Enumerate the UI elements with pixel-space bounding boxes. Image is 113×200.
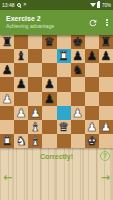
square-b4[interactable] — [14, 92, 28, 106]
square-d1[interactable] — [42, 134, 56, 148]
piece-white-pawn: ♟ — [30, 106, 41, 118]
piece-black-king: ♚ — [72, 36, 83, 48]
square-e1[interactable] — [57, 134, 71, 148]
piece-white-king: ♚ — [86, 134, 97, 146]
piece-black-rook: ♜ — [2, 36, 13, 48]
square-g6[interactable] — [85, 63, 99, 77]
piece-white-pawn: ♟ — [2, 92, 13, 104]
app-bar-actions — [88, 18, 109, 28]
square-c1[interactable]: ♝ — [28, 134, 42, 148]
square-d5[interactable]: ♟ — [42, 77, 56, 91]
piece-black-pawn: ♟ — [101, 50, 112, 62]
square-f8[interactable]: ♚ — [71, 35, 85, 49]
piece-white-rook: ♜ — [58, 50, 69, 62]
piece-black-pawn: ♟ — [44, 78, 55, 90]
piece-black-pawn: ♟ — [72, 50, 83, 62]
piece-white-rook: ♜ — [2, 134, 13, 146]
bottom-panel: Correctly! ? ← → — [0, 148, 113, 200]
square-d6[interactable] — [42, 63, 56, 77]
piece-black-knight: ♞ — [72, 64, 83, 76]
square-c8[interactable] — [28, 35, 42, 49]
page-subtitle: Achieving advantage — [6, 24, 54, 30]
title-block: Exercise 2 Achieving advantage — [6, 15, 54, 29]
piece-white-pawn: ♟ — [101, 120, 112, 132]
square-h1[interactable] — [99, 134, 113, 148]
square-h5[interactable] — [99, 77, 113, 91]
piece-white-bishop: ♝ — [30, 134, 41, 146]
square-a5[interactable] — [0, 77, 14, 91]
piece-black-pawn: ♟ — [86, 50, 97, 62]
square-g3[interactable] — [85, 106, 99, 120]
square-g4[interactable] — [85, 92, 99, 106]
square-h4[interactable] — [99, 92, 113, 106]
square-e2[interactable]: ♛ — [57, 120, 71, 134]
square-b7[interactable]: ♝ — [14, 49, 28, 63]
square-f2[interactable] — [71, 120, 85, 134]
square-g5[interactable] — [85, 77, 99, 91]
help-button[interactable]: ? — [100, 151, 110, 161]
square-b8[interactable] — [14, 35, 28, 49]
square-c3[interactable]: ♟ — [28, 106, 42, 120]
piece-black-pawn: ♟ — [2, 64, 13, 76]
piece-black-pawn: ♟ — [44, 92, 55, 104]
square-f6[interactable]: ♞ — [71, 63, 85, 77]
next-move-button[interactable]: → — [101, 172, 110, 183]
piece-white-pawn: ♟ — [72, 106, 83, 118]
square-a7[interactable] — [0, 49, 14, 63]
previous-move-button[interactable]: ← — [3, 172, 12, 183]
square-b6[interactable] — [14, 63, 28, 77]
square-c6[interactable] — [28, 63, 42, 77]
app-screen: 13:48 > 70% Exercise 2 Achieving advanta… — [0, 0, 113, 200]
square-e6[interactable] — [57, 63, 71, 77]
square-h2[interactable]: ♟ — [99, 120, 113, 134]
square-b2[interactable] — [14, 120, 28, 134]
square-c4[interactable] — [28, 92, 42, 106]
status-bar: 13:48 > 70% — [0, 0, 113, 10]
square-g7[interactable]: ♟ — [85, 49, 99, 63]
refresh-icon — [88, 18, 98, 28]
chess-board: ♜♛♚♜♝♜♟♟♟♟♞♟♟♟♟♟♟♟♝♛♟♟♜♞♝♚ — [0, 35, 113, 148]
square-d2[interactable] — [42, 120, 56, 134]
piece-black-rook: ♜ — [101, 36, 112, 48]
square-g2[interactable]: ♟ — [85, 120, 99, 134]
square-a1[interactable]: ♜ — [0, 134, 14, 148]
square-a6[interactable]: ♟ — [0, 63, 14, 77]
wifi-icon — [90, 3, 96, 7]
piece-white-pawn: ♟ — [16, 106, 27, 118]
square-h8[interactable]: ♜ — [99, 35, 113, 49]
square-d7[interactable] — [42, 49, 56, 63]
square-c7[interactable] — [28, 49, 42, 63]
piece-white-queen: ♛ — [58, 120, 69, 132]
square-b1[interactable]: ♞ — [14, 134, 28, 148]
square-d8[interactable]: ♛ — [42, 35, 56, 49]
refresh-button[interactable] — [88, 18, 98, 28]
square-f5[interactable] — [71, 77, 85, 91]
clock: 13:48 — [2, 2, 15, 8]
square-b3[interactable]: ♟ — [14, 106, 28, 120]
square-a8[interactable]: ♜ — [0, 35, 14, 49]
square-a3[interactable] — [0, 106, 14, 120]
status-right: 70% — [90, 2, 111, 8]
feedback-message: Correctly! — [0, 153, 113, 160]
square-e4[interactable] — [57, 92, 71, 106]
search-icon — [17, 3, 22, 8]
square-d3[interactable] — [42, 106, 56, 120]
square-a2[interactable] — [0, 120, 14, 134]
status-chevron-icon: > — [24, 3, 27, 8]
square-a4[interactable]: ♟ — [0, 92, 14, 106]
status-left: 13:48 > — [2, 2, 26, 8]
question-mark-icon: ? — [103, 152, 107, 159]
battery-icon — [97, 2, 100, 8]
app-bar: Exercise 2 Achieving advantage — [0, 10, 113, 35]
square-f4[interactable] — [71, 92, 85, 106]
piece-black-queen: ♛ — [44, 36, 55, 48]
square-f1[interactable] — [71, 134, 85, 148]
square-e7[interactable]: ♜ — [57, 49, 71, 63]
square-h6[interactable] — [99, 63, 113, 77]
battery-percent: 70% — [102, 3, 111, 8]
square-g8[interactable] — [85, 35, 99, 49]
overflow-menu-button[interactable] — [105, 18, 109, 27]
square-e5[interactable] — [57, 77, 71, 91]
square-c2[interactable]: ♝ — [28, 120, 42, 134]
square-f7[interactable]: ♟ — [71, 49, 85, 63]
square-e8[interactable] — [57, 35, 71, 49]
square-e3[interactable] — [57, 106, 71, 120]
piece-white-knight: ♞ — [16, 134, 27, 146]
square-b5[interactable]: ♟ — [14, 77, 28, 91]
piece-white-pawn: ♟ — [86, 120, 97, 132]
square-d4[interactable]: ♟ — [42, 92, 56, 106]
piece-white-bishop: ♝ — [30, 120, 41, 132]
piece-black-pawn: ♟ — [16, 78, 27, 90]
square-c5[interactable] — [28, 77, 42, 91]
square-g1[interactable]: ♚ — [85, 134, 99, 148]
piece-black-bishop: ♝ — [16, 50, 27, 62]
square-f3[interactable]: ♟ — [71, 106, 85, 120]
square-h3[interactable] — [99, 106, 113, 120]
square-h7[interactable]: ♟ — [99, 49, 113, 63]
